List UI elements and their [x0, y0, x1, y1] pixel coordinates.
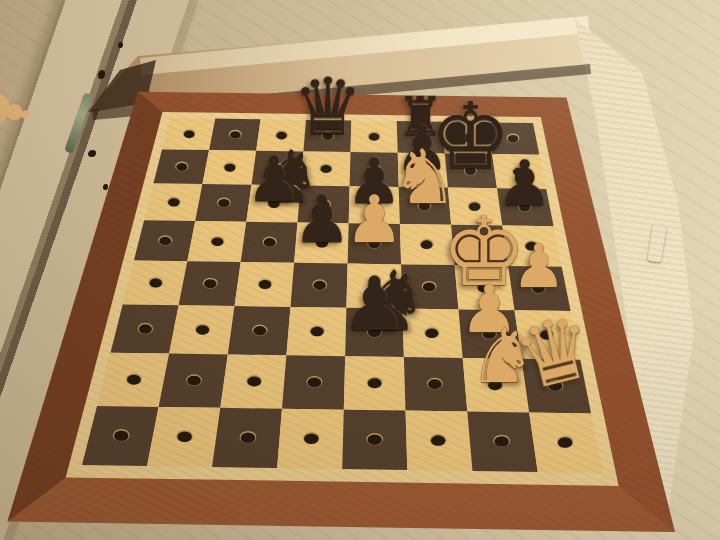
piece-black-pawn-d5[interactable]: ♟	[293, 186, 352, 251]
piece-black-pawn-e3[interactable]: ♟	[341, 268, 408, 343]
piece-white-pawn-h4[interactable]: ♟	[512, 236, 566, 296]
photo-of-travel-chess-set: ♟ ♛♜♟♚♞♟♟♞♟♟♟♚♟♞♟♟♞♛	[0, 0, 720, 540]
piece-white-pawn-e5[interactable]: ♟	[345, 187, 404, 252]
